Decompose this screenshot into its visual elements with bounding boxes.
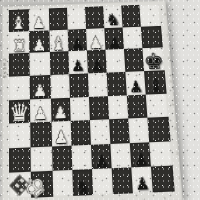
square-f3[interactable] [109,119,130,144]
square-h8[interactable] [139,4,161,26]
square-d1[interactable]: ♞ [72,169,93,195]
black-bishop: ♝ [147,76,165,94]
square-h5[interactable]: ♝ [144,70,166,94]
square-g4[interactable] [127,94,148,118]
white-pawn: ♟ [54,130,69,146]
square-c3[interactable]: ♟ [51,121,71,146]
square-e1[interactable] [92,169,113,195]
square-d2[interactable] [71,145,92,171]
square-e2[interactable]: ♟ [91,144,112,170]
white-pawn: ♟ [32,17,46,31]
square-g8[interactable] [121,5,141,27]
board-brand-text: CHESS [2,58,7,79]
black-pawn: ♟ [71,59,86,74]
white-pawn: ♟ [88,36,103,50]
square-b8[interactable]: ♟ [29,8,49,30]
rank-label-4: 4 [172,103,175,107]
square-g7[interactable] [123,26,143,49]
board-grid: ♝♟♞♜♟♝♟♟♟♟♟♚♟♟♝♛♟♟♟♟♟♚♞♟ [9,4,175,199]
square-c2[interactable] [52,145,72,171]
square-f5[interactable] [107,72,127,96]
square-a5[interactable] [9,76,30,100]
square-h6[interactable]: ♚ [143,48,165,71]
white-pawn: ♟ [32,38,46,52]
square-d3[interactable] [70,120,90,145]
square-e4[interactable] [89,96,109,121]
square-b6[interactable] [29,52,50,76]
chessboard-photo: CHESS ♝♟♞♜♟♝♟♟♟♟♟♚♟♟♝♛♟♟♟♟♟♚♞♟ 87654321 … [0,0,200,200]
rank-label-8: 8 [164,13,166,17]
white-rook: ♜ [12,39,27,54]
chess-board: CHESS ♝♟♞♜♟♝♟♟♟♟♟♚♟♟♝♛♟♟♟♟♟♚♞♟ 87654321 … [2,0,183,200]
black-king: ♚ [143,50,165,71]
white-pawn: ♟ [33,84,48,99]
white-bishop: ♝ [50,35,67,52]
white-queen: ♛ [9,101,30,123]
rank-label-3: 3 [174,127,177,131]
black-pawn: ♟ [134,177,150,194]
square-a6[interactable] [9,53,30,77]
square-h7[interactable] [141,26,163,49]
rank-label-6: 6 [168,57,171,61]
file-label-e: e [102,198,104,200]
file-label-d: d [81,199,84,200]
square-c8[interactable] [48,8,67,30]
square-a8[interactable]: ♝ [9,9,29,31]
black-knight: ♞ [105,12,121,28]
rank-label-7: 7 [166,34,168,38]
square-d8[interactable] [67,7,86,29]
square-e6[interactable]: ♟ [87,50,107,73]
square-f2[interactable] [110,143,131,169]
black-pawn: ♟ [94,153,110,169]
square-d6[interactable]: ♟ [68,51,88,74]
square-b7[interactable]: ♟ [29,30,50,53]
square-g5[interactable]: ♟ [125,71,145,95]
square-g6[interactable] [124,48,144,71]
square-f7[interactable]: ♟ [104,27,124,50]
square-f6[interactable] [105,49,125,72]
square-d5[interactable] [69,73,89,97]
white-pawn: ♟ [53,106,68,121]
file-label-f: f [123,198,125,200]
black-pawn: ♟ [128,80,143,95]
square-h1[interactable] [151,166,175,192]
square-g1[interactable]: ♟ [131,167,153,193]
black-pawn: ♟ [133,151,149,167]
white-bishop: ♝ [11,15,27,32]
square-a4[interactable]: ♛ [9,99,30,124]
square-c7[interactable]: ♝ [49,29,68,52]
square-f4[interactable] [108,95,129,120]
square-e5[interactable] [88,73,108,97]
rank-label-2: 2 [176,151,179,155]
square-f8[interactable]: ♞ [103,6,123,28]
white-pawn: ♟ [33,107,48,122]
rank-label-5: 5 [170,79,173,83]
square-a3[interactable] [9,123,30,148]
square-h2[interactable] [149,141,172,167]
square-c5[interactable] [50,74,70,98]
square-g2[interactable]: ♟ [130,142,151,168]
square-b4[interactable]: ♟ [30,98,51,123]
black-knight: ♞ [74,177,91,196]
square-c6[interactable] [49,51,68,74]
square-f1[interactable] [112,168,133,194]
square-e3[interactable] [90,119,111,144]
square-c4[interactable]: ♟ [51,97,71,122]
black-pawn: ♟ [70,37,84,51]
square-d7[interactable]: ♟ [67,29,86,52]
square-e7[interactable]: ♟ [86,28,106,51]
square-b5[interactable]: ♟ [29,75,50,99]
square-a7[interactable]: ♜ [9,31,29,54]
square-b3[interactable] [30,122,52,147]
black-pawn: ♟ [107,35,122,49]
square-e8[interactable] [85,6,104,28]
file-label-g: g [142,197,145,200]
square-d4[interactable] [70,96,90,121]
square-g3[interactable] [128,118,149,143]
square-a2[interactable] [9,147,31,173]
file-label-h: h [163,196,166,200]
square-b1[interactable]: ♚ [31,171,53,198]
square-h4[interactable] [146,93,169,118]
rank-label-1: 1 [178,176,181,180]
black-pawn: ♟ [89,58,104,73]
square-c1[interactable] [52,170,73,196]
square-h3[interactable] [148,117,171,142]
